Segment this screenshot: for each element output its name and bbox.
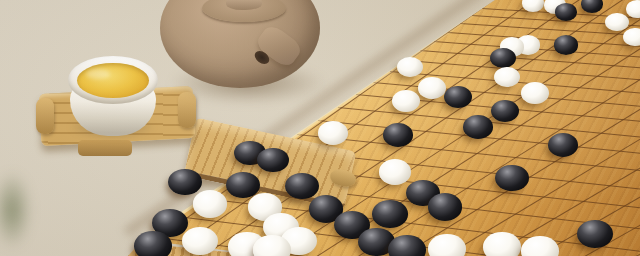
white-stone-k18 <box>483 232 520 256</box>
black-stone-f2 <box>555 3 578 21</box>
black-stone-d15 <box>285 173 319 199</box>
black-stone-h15 <box>428 193 463 220</box>
white-stone-f13 <box>379 159 412 184</box>
tea-surface <box>77 63 149 98</box>
white-stone-d8 <box>392 90 420 112</box>
black-stone-a19 <box>134 231 171 256</box>
black-stone-e11 <box>383 123 413 147</box>
white-stone-c6 <box>397 57 423 77</box>
photo-scene <box>0 0 640 256</box>
white-stone-b17 <box>193 190 228 217</box>
black-stone-f4 <box>554 35 579 54</box>
white-stone-g7 <box>521 82 549 104</box>
black-stone-c15 <box>226 172 259 198</box>
white-stone-d19 <box>253 235 291 256</box>
coaster-end-left <box>36 98 54 134</box>
leaf-shadow <box>0 158 38 256</box>
black-stone-a15 <box>168 169 201 195</box>
white-stone-c11 <box>318 121 348 145</box>
white-stone-l18 <box>521 236 559 256</box>
black-stone-g9 <box>463 115 493 138</box>
black-stone-g16 <box>372 200 407 228</box>
black-stone-e8 <box>444 86 472 108</box>
black-stone-i18 <box>388 235 426 256</box>
white-stone-d7 <box>418 77 445 98</box>
white-stone-g2 <box>605 13 628 31</box>
white-stone-h1 <box>626 0 640 18</box>
white-stone-j18 <box>428 234 465 256</box>
black-stone-c13 <box>257 148 289 173</box>
coaster-rung <box>78 140 132 156</box>
black-stone-e5 <box>490 48 516 68</box>
black-stone-i12 <box>495 165 528 191</box>
